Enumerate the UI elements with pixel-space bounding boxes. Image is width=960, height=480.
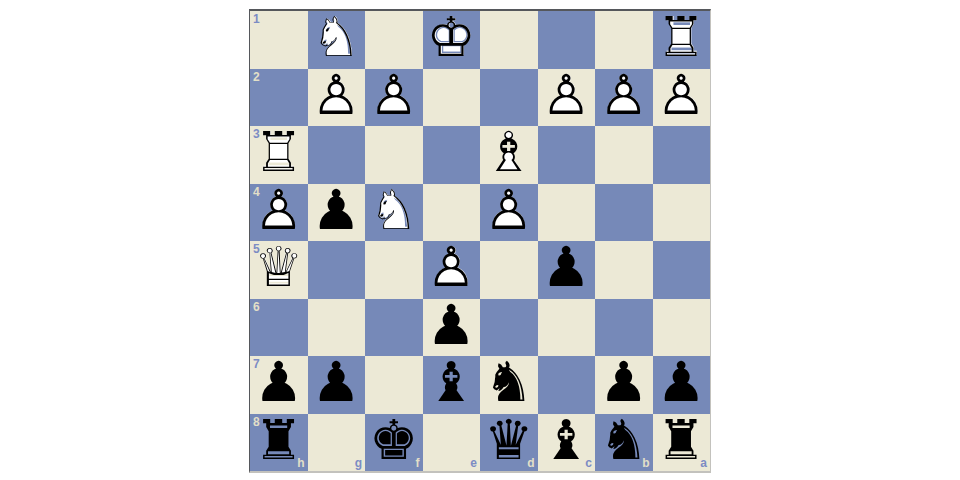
square-e3[interactable] xyxy=(423,126,481,184)
piece-wN-f4[interactable]: ♞♘ xyxy=(365,184,423,242)
square-a3[interactable] xyxy=(653,126,711,184)
square-h5[interactable]: 5♛♕ xyxy=(250,241,308,299)
square-b4[interactable] xyxy=(595,184,653,242)
piece-outline-layer: ♙ xyxy=(312,67,361,125)
piece-solid-layer: ♟ xyxy=(312,354,361,412)
piece-outline-layer: ♘ xyxy=(312,9,361,67)
square-b2[interactable]: ♟♙ xyxy=(595,69,653,127)
square-e2[interactable] xyxy=(423,69,481,127)
square-f1[interactable] xyxy=(365,11,423,69)
square-h2[interactable]: 2 xyxy=(250,69,308,127)
square-c8[interactable]: c♝ xyxy=(538,414,596,472)
piece-wP-c2[interactable]: ♟♙ xyxy=(538,69,596,127)
file-label-g: g xyxy=(355,457,362,469)
rank-label-2: 2 xyxy=(253,71,260,83)
square-d3[interactable]: ♝♗ xyxy=(480,126,538,184)
square-f6[interactable] xyxy=(365,299,423,357)
square-g7[interactable]: ♟ xyxy=(308,356,366,414)
piece-bP-g7[interactable]: ♟ xyxy=(308,356,366,414)
piece-solid-layer: ♝ xyxy=(542,412,591,470)
piece-bK-f8[interactable]: ♚ xyxy=(365,414,423,472)
square-h4[interactable]: 4♟♙ xyxy=(250,184,308,242)
square-f5[interactable] xyxy=(365,241,423,299)
piece-bP-h7[interactable]: ♟ xyxy=(250,356,308,414)
square-h7[interactable]: 7♟ xyxy=(250,356,308,414)
square-b5[interactable] xyxy=(595,241,653,299)
piece-solid-layer: ♞ xyxy=(599,412,648,470)
square-b3[interactable] xyxy=(595,126,653,184)
square-d1[interactable] xyxy=(480,11,538,69)
piece-outline-layer: ♖ xyxy=(254,124,303,182)
piece-solid-layer: ♝ xyxy=(427,354,476,412)
square-d2[interactable] xyxy=(480,69,538,127)
piece-outline-layer: ♖ xyxy=(657,9,706,67)
piece-solid-layer: ♟ xyxy=(657,354,706,412)
piece-outline-layer: ♙ xyxy=(369,67,418,125)
square-e4[interactable] xyxy=(423,184,481,242)
square-g6[interactable] xyxy=(308,299,366,357)
file-label-e: e xyxy=(470,457,477,469)
piece-solid-layer: ♜ xyxy=(254,412,303,470)
piece-solid-layer: ♟ xyxy=(542,239,591,297)
square-d6[interactable] xyxy=(480,299,538,357)
square-d4[interactable]: ♟♙ xyxy=(480,184,538,242)
piece-outline-layer: ♔ xyxy=(427,9,476,67)
square-e1[interactable]: ♚♔ xyxy=(423,11,481,69)
square-g4[interactable]: ♟ xyxy=(308,184,366,242)
square-c2[interactable]: ♟♙ xyxy=(538,69,596,127)
piece-bR-h8[interactable]: ♜ xyxy=(250,414,308,472)
square-b7[interactable]: ♟ xyxy=(595,356,653,414)
piece-bP-g4[interactable]: ♟ xyxy=(308,184,366,242)
square-b6[interactable] xyxy=(595,299,653,357)
chess-board: 1♞♘♚♔♜♖2♟♙♟♙♟♙♟♙♟♙3♜♖♝♗4♟♙♟♞♘♟♙5♛♕♟♙♟6♟7… xyxy=(249,9,711,473)
piece-wP-g2[interactable]: ♟♙ xyxy=(308,69,366,127)
square-c4[interactable] xyxy=(538,184,596,242)
square-a6[interactable] xyxy=(653,299,711,357)
piece-solid-layer: ♞ xyxy=(484,354,533,412)
piece-wN-g1[interactable]: ♞♘ xyxy=(308,11,366,69)
square-e8[interactable]: e xyxy=(423,414,481,472)
square-c1[interactable] xyxy=(538,11,596,69)
square-c7[interactable] xyxy=(538,356,596,414)
piece-wP-d4[interactable]: ♟♙ xyxy=(480,184,538,242)
piece-solid-layer: ♜ xyxy=(657,412,706,470)
piece-outline-layer: ♘ xyxy=(369,182,418,240)
piece-solid-layer: ♟ xyxy=(427,297,476,355)
piece-solid-layer: ♟ xyxy=(312,182,361,240)
square-a5[interactable] xyxy=(653,241,711,299)
square-e5[interactable]: ♟♙ xyxy=(423,241,481,299)
piece-outline-layer: ♙ xyxy=(542,67,591,125)
square-b1[interactable] xyxy=(595,11,653,69)
piece-bQ-d8[interactable]: ♛ xyxy=(480,414,538,472)
piece-bB-e7[interactable]: ♝ xyxy=(423,356,481,414)
square-g3[interactable] xyxy=(308,126,366,184)
square-a2[interactable]: ♟♙ xyxy=(653,69,711,127)
square-a8[interactable]: a♜ xyxy=(653,414,711,472)
piece-bP-e6[interactable]: ♟ xyxy=(423,299,481,357)
square-a4[interactable] xyxy=(653,184,711,242)
piece-outline-layer: ♙ xyxy=(599,67,648,125)
rank-label-1: 1 xyxy=(253,13,260,25)
piece-wQ-h5[interactable]: ♛♕ xyxy=(250,241,308,299)
square-g2[interactable]: ♟♙ xyxy=(308,69,366,127)
square-b8[interactable]: b♞ xyxy=(595,414,653,472)
square-h3[interactable]: 3♜♖ xyxy=(250,126,308,184)
piece-outline-layer: ♗ xyxy=(484,124,533,182)
piece-outline-layer: ♙ xyxy=(254,182,303,240)
piece-bR-a8[interactable]: ♜ xyxy=(653,414,711,472)
square-f8[interactable]: f♚ xyxy=(365,414,423,472)
square-h1[interactable]: 1 xyxy=(250,11,308,69)
piece-wR-a1[interactable]: ♜♖ xyxy=(653,11,711,69)
square-g8[interactable]: g xyxy=(308,414,366,472)
square-f2[interactable]: ♟♙ xyxy=(365,69,423,127)
piece-solid-layer: ♚ xyxy=(369,412,418,470)
piece-bP-a7[interactable]: ♟ xyxy=(653,356,711,414)
piece-wP-f2[interactable]: ♟♙ xyxy=(365,69,423,127)
piece-bP-c5[interactable]: ♟ xyxy=(538,241,596,299)
piece-solid-layer: ♛ xyxy=(484,412,533,470)
square-h6[interactable]: 6 xyxy=(250,299,308,357)
piece-wB-d3[interactable]: ♝♗ xyxy=(480,126,538,184)
board-grid: 1♞♘♚♔♜♖2♟♙♟♙♟♙♟♙♟♙3♜♖♝♗4♟♙♟♞♘♟♙5♛♕♟♙♟6♟7… xyxy=(249,9,711,473)
piece-bP-b7[interactable]: ♟ xyxy=(595,356,653,414)
piece-wK-e1[interactable]: ♚♔ xyxy=(423,11,481,69)
piece-wP-b2[interactable]: ♟♙ xyxy=(595,69,653,127)
piece-outline-layer: ♙ xyxy=(427,239,476,297)
square-c6[interactable] xyxy=(538,299,596,357)
piece-outline-layer: ♙ xyxy=(657,67,706,125)
square-f4[interactable]: ♞♘ xyxy=(365,184,423,242)
square-d5[interactable] xyxy=(480,241,538,299)
piece-bB-c8[interactable]: ♝ xyxy=(538,414,596,472)
piece-wR-h3[interactable]: ♜♖ xyxy=(250,126,308,184)
square-g5[interactable] xyxy=(308,241,366,299)
square-d8[interactable]: d♛ xyxy=(480,414,538,472)
square-c5[interactable]: ♟ xyxy=(538,241,596,299)
square-e7[interactable]: ♝ xyxy=(423,356,481,414)
square-e6[interactable]: ♟ xyxy=(423,299,481,357)
square-a7[interactable]: ♟ xyxy=(653,356,711,414)
square-d7[interactable]: ♞ xyxy=(480,356,538,414)
square-g1[interactable]: ♞♘ xyxy=(308,11,366,69)
rank-label-6: 6 xyxy=(253,301,260,313)
square-f7[interactable] xyxy=(365,356,423,414)
piece-solid-layer: ♟ xyxy=(254,354,303,412)
piece-outline-layer: ♙ xyxy=(484,182,533,240)
piece-wP-e5[interactable]: ♟♙ xyxy=(423,241,481,299)
square-h8[interactable]: 8h♜ xyxy=(250,414,308,472)
piece-wP-a2[interactable]: ♟♙ xyxy=(653,69,711,127)
square-a1[interactable]: ♜♖ xyxy=(653,11,711,69)
square-f3[interactable] xyxy=(365,126,423,184)
piece-solid-layer: ♟ xyxy=(599,354,648,412)
piece-wP-h4[interactable]: ♟♙ xyxy=(250,184,308,242)
square-c3[interactable] xyxy=(538,126,596,184)
piece-bN-b8[interactable]: ♞ xyxy=(595,414,653,472)
piece-bN-d7[interactable]: ♞ xyxy=(480,356,538,414)
piece-outline-layer: ♕ xyxy=(254,239,303,297)
